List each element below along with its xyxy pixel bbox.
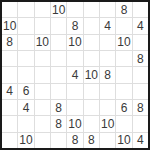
cell-r2c4[interactable]: [51, 18, 66, 33]
cell-r8c9[interactable]: [133, 116, 148, 131]
cell-r3c9[interactable]: [133, 35, 148, 50]
cell-r3c1[interactable]: 8: [2, 35, 17, 50]
cell-r6c6[interactable]: [84, 84, 99, 99]
cell-r1c7[interactable]: [100, 2, 115, 17]
cell-r4c2[interactable]: [18, 51, 33, 66]
puzzle-board: 10810844810101084108464868810101088104: [0, 0, 150, 150]
cell-r9c7[interactable]: [100, 133, 115, 148]
cell-r3c5[interactable]: 10: [67, 35, 82, 50]
cell-r9c5[interactable]: 8: [67, 133, 82, 148]
cell-r1c6[interactable]: [84, 2, 99, 17]
cell-r3c8[interactable]: 10: [116, 35, 131, 50]
cell-r9c3[interactable]: [35, 133, 50, 148]
cell-r5c7[interactable]: 8: [100, 67, 115, 82]
cell-r4c1[interactable]: [2, 51, 17, 66]
cell-r9c4[interactable]: [51, 133, 66, 148]
cell-r8c3[interactable]: [35, 116, 50, 131]
cell-r5c3[interactable]: [35, 67, 50, 82]
cell-r2c9[interactable]: 4: [133, 18, 148, 33]
cell-r5c1[interactable]: [2, 67, 17, 82]
cell-r8c5[interactable]: 10: [67, 116, 82, 131]
cell-r2c1[interactable]: 10: [2, 18, 17, 33]
cell-r5c4[interactable]: [51, 67, 66, 82]
cell-r8c1[interactable]: [2, 116, 17, 131]
cell-r4c7[interactable]: [100, 51, 115, 66]
cell-r9c8[interactable]: 10: [116, 133, 131, 148]
cell-r6c1[interactable]: 4: [2, 84, 17, 99]
cell-r4c6[interactable]: [84, 51, 99, 66]
cell-r7c4[interactable]: 8: [51, 100, 66, 115]
cell-r8c7[interactable]: 10: [100, 116, 115, 131]
cell-r4c8[interactable]: [116, 51, 131, 66]
cell-r5c8[interactable]: [116, 67, 131, 82]
cell-r7c9[interactable]: 8: [133, 100, 148, 115]
cell-r1c9[interactable]: [133, 2, 148, 17]
cell-r9c9[interactable]: 4: [133, 133, 148, 148]
cell-r5c5[interactable]: 4: [67, 67, 82, 82]
cell-r3c2[interactable]: [18, 35, 33, 50]
cell-r4c9[interactable]: 8: [133, 51, 148, 66]
cell-r2c2[interactable]: [18, 18, 33, 33]
cell-r1c4[interactable]: 10: [51, 2, 66, 17]
cell-r4c5[interactable]: [67, 51, 82, 66]
cell-r9c2[interactable]: 10: [18, 133, 33, 148]
cell-r9c6[interactable]: 8: [84, 133, 99, 148]
cell-r3c7[interactable]: [100, 35, 115, 50]
cell-r9c1[interactable]: [2, 133, 17, 148]
cell-r1c5[interactable]: [67, 2, 82, 17]
cell-r6c4[interactable]: [51, 84, 66, 99]
cell-r5c6[interactable]: 10: [84, 67, 99, 82]
cell-r5c2[interactable]: [18, 67, 33, 82]
cell-r6c7[interactable]: [100, 84, 115, 99]
cell-r4c4[interactable]: [51, 51, 66, 66]
cell-r4c3[interactable]: [35, 51, 50, 66]
cell-r8c4[interactable]: 8: [51, 116, 66, 131]
cell-r3c6[interactable]: [84, 35, 99, 50]
cell-r2c7[interactable]: 4: [100, 18, 115, 33]
cell-r2c5[interactable]: 8: [67, 18, 82, 33]
cell-r7c8[interactable]: 6: [116, 100, 131, 115]
cell-r6c5[interactable]: [67, 84, 82, 99]
cell-r7c7[interactable]: [100, 100, 115, 115]
cell-r1c1[interactable]: [2, 2, 17, 17]
cell-r7c5[interactable]: [67, 100, 82, 115]
cell-r1c3[interactable]: [35, 2, 50, 17]
cell-r3c3[interactable]: 10: [35, 35, 50, 50]
cell-r2c8[interactable]: [116, 18, 131, 33]
cell-r7c2[interactable]: 4: [18, 100, 33, 115]
cell-r7c3[interactable]: [35, 100, 50, 115]
cell-r1c2[interactable]: [18, 2, 33, 17]
cell-r6c8[interactable]: [116, 84, 131, 99]
cell-r8c6[interactable]: [84, 116, 99, 131]
cell-r6c2[interactable]: 6: [18, 84, 33, 99]
cell-r8c8[interactable]: [116, 116, 131, 131]
cell-r7c6[interactable]: [84, 100, 99, 115]
cell-r3c4[interactable]: [51, 35, 66, 50]
cell-r5c9[interactable]: [133, 67, 148, 82]
cell-r2c6[interactable]: [84, 18, 99, 33]
cell-r6c9[interactable]: [133, 84, 148, 99]
cell-r8c2[interactable]: [18, 116, 33, 131]
cell-r1c8[interactable]: 8: [116, 2, 131, 17]
cell-r2c3[interactable]: [35, 18, 50, 33]
cell-r6c3[interactable]: [35, 84, 50, 99]
cell-r7c1[interactable]: [2, 100, 17, 115]
